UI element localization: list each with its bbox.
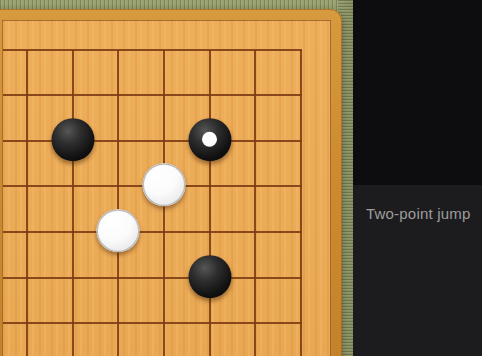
lesson-title-label: Two-point jump [353,185,482,223]
grid-horizontal-line [3,140,302,142]
side-panel-upper-section [353,0,482,185]
grid-horizontal-line [3,277,302,279]
side-panel: Two-point jump [353,0,482,356]
black-stone-D7 [51,118,94,161]
grid-horizontal-line [3,231,302,233]
side-panel-lower-section: Two-point jump [353,185,482,356]
black-stone-G4 [188,255,231,298]
grid-horizontal-line [3,94,302,96]
white-stone-F6 [142,164,185,207]
white-stone-E5 [97,209,140,252]
black-stone-G7-last-move [188,118,231,161]
grid-horizontal-line [3,322,302,324]
app-window: Two-point jump [0,0,482,356]
last-move-marker-dot [202,132,217,147]
grid-horizontal-line [3,49,302,51]
